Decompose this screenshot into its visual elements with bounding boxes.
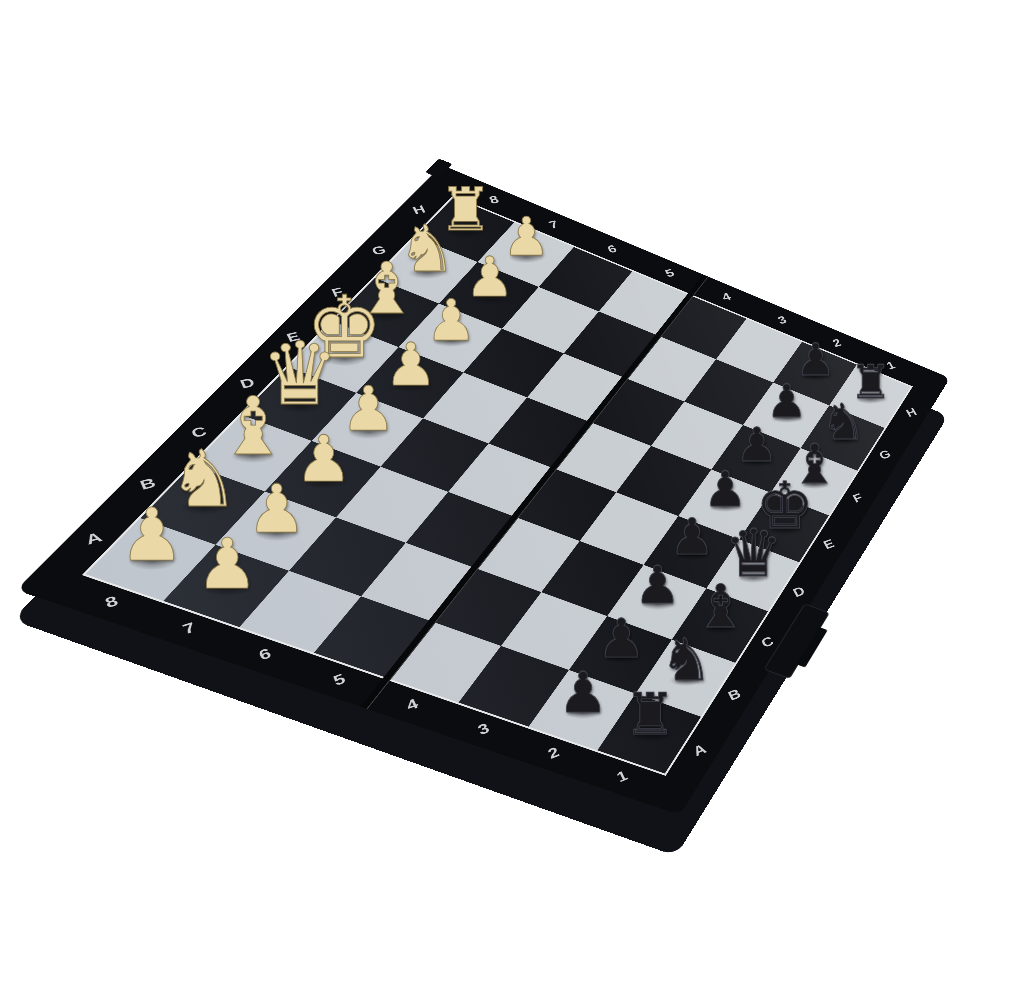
chess-set-product-photo: ABCDEFGH ABCDEFGH 87654321 87654321 ♜♟♞♟…: [0, 0, 1024, 1004]
coord-label-G: G: [877, 448, 892, 461]
coord-label-H: H: [411, 204, 427, 216]
coord-label-G: G: [370, 244, 388, 257]
coord-label-H: H: [904, 407, 918, 420]
coord-label-2: 2: [545, 745, 561, 761]
coord-label-7: 7: [546, 219, 559, 231]
hinge-icon: [425, 158, 453, 178]
coord-label-C: C: [759, 635, 775, 650]
coord-label-4: 4: [403, 697, 419, 713]
coord-label-B: B: [726, 687, 743, 703]
coord-label-5: 5: [663, 268, 676, 280]
coord-label-F: F: [330, 286, 346, 299]
coord-label-1: 1: [614, 769, 629, 785]
coord-label-2: 2: [830, 337, 842, 349]
coord-label-1: 1: [884, 360, 896, 372]
coord-label-B: B: [138, 476, 158, 492]
coord-label-D: D: [238, 376, 257, 391]
coord-label-E: E: [822, 537, 837, 551]
coord-label-8: 8: [487, 194, 500, 206]
coord-label-3: 3: [775, 315, 788, 327]
chess-board: ABCDEFGH ABCDEFGH 87654321 87654321: [16, 165, 950, 815]
coord-label-F: F: [851, 492, 865, 505]
coord-label-6: 6: [605, 244, 618, 256]
coord-label-8: 8: [102, 594, 119, 611]
coord-label-E: E: [285, 330, 302, 344]
coord-label-D: D: [791, 585, 807, 600]
coord-label-6: 6: [256, 647, 273, 664]
coord-label-A: A: [84, 530, 104, 547]
coord-label-4: 4: [720, 291, 733, 303]
coord-label-5: 5: [330, 672, 346, 688]
coord-label-7: 7: [180, 621, 197, 638]
coord-label-A: A: [691, 742, 708, 759]
coord-label-C: C: [189, 425, 208, 440]
coord-label-3: 3: [475, 721, 491, 737]
